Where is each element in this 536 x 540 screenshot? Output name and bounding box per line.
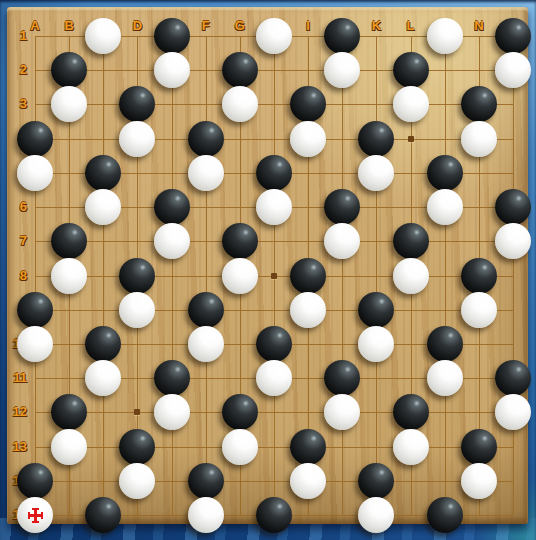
black-stone	[51, 52, 87, 88]
star-point	[408, 136, 414, 142]
column-label-k: K	[366, 18, 386, 34]
grid-line-vertical	[445, 36, 446, 515]
black-stone	[324, 189, 360, 225]
black-stone	[427, 326, 463, 362]
grid-line-horizontal	[35, 412, 513, 413]
row-label-12: 12	[7, 404, 27, 420]
black-stone	[85, 326, 121, 362]
black-stone	[154, 360, 190, 396]
white-stone	[154, 394, 190, 430]
black-stone	[358, 292, 394, 328]
black-stone	[427, 497, 463, 533]
row-label-8: 8	[7, 268, 27, 284]
white-stone	[393, 86, 429, 122]
white-stone	[290, 463, 326, 499]
black-stone	[119, 258, 155, 294]
white-stone	[393, 429, 429, 465]
black-stone	[461, 86, 497, 122]
white-stone	[222, 258, 258, 294]
white-stone	[51, 429, 87, 465]
black-stone	[290, 258, 326, 294]
black-stone	[324, 18, 360, 54]
white-stone	[85, 360, 121, 396]
black-stone	[188, 292, 224, 328]
white-stone	[188, 497, 224, 533]
column-label-d: D	[127, 18, 147, 34]
black-stone	[17, 292, 53, 328]
row-label-7: 7	[7, 233, 27, 249]
black-stone	[222, 52, 258, 88]
black-stone	[358, 121, 394, 157]
black-stone	[51, 394, 87, 430]
white-stone	[154, 52, 190, 88]
white-stone	[427, 189, 463, 225]
white-stone	[427, 18, 463, 54]
black-stone	[256, 326, 292, 362]
white-stone	[17, 497, 53, 533]
column-label-a: A	[25, 18, 45, 34]
white-stone	[256, 189, 292, 225]
white-stone	[461, 292, 497, 328]
column-label-f: F	[196, 18, 216, 34]
white-stone	[85, 189, 121, 225]
column-label-n: N	[469, 18, 489, 34]
white-stone	[427, 360, 463, 396]
black-stone	[188, 121, 224, 157]
white-stone	[188, 326, 224, 362]
app-background: ABCDEFGHIJKLMNO123456789101112131415	[0, 0, 536, 540]
white-stone	[495, 394, 531, 430]
goban-board[interactable]: ABCDEFGHIJKLMNO123456789101112131415	[7, 7, 528, 524]
white-stone	[222, 429, 258, 465]
white-stone	[17, 155, 53, 191]
black-stone	[290, 86, 326, 122]
grid-line-vertical	[342, 36, 343, 515]
black-stone	[154, 18, 190, 54]
black-stone	[85, 155, 121, 191]
black-stone	[393, 52, 429, 88]
black-stone	[154, 189, 190, 225]
black-stone	[393, 394, 429, 430]
white-stone	[119, 121, 155, 157]
white-stone	[290, 292, 326, 328]
column-label-l: L	[401, 18, 421, 34]
black-stone	[324, 360, 360, 396]
row-label-2: 2	[7, 62, 27, 78]
column-label-g: G	[230, 18, 250, 34]
black-stone	[51, 223, 87, 259]
black-stone	[495, 189, 531, 225]
row-label-1: 1	[7, 28, 27, 44]
black-stone	[222, 223, 258, 259]
black-stone	[119, 86, 155, 122]
black-stone	[495, 18, 531, 54]
black-stone	[256, 155, 292, 191]
white-stone	[119, 463, 155, 499]
white-stone	[324, 52, 360, 88]
grid-line-vertical	[513, 36, 514, 515]
grid-line-horizontal	[35, 447, 513, 448]
row-label-3: 3	[7, 96, 27, 112]
column-label-b: B	[59, 18, 79, 34]
black-stone	[17, 463, 53, 499]
white-stone	[119, 292, 155, 328]
black-stone	[119, 429, 155, 465]
white-stone	[290, 121, 326, 157]
last-move-marker	[28, 508, 43, 523]
black-stone	[188, 463, 224, 499]
white-stone	[256, 18, 292, 54]
white-stone	[461, 463, 497, 499]
white-stone	[495, 223, 531, 259]
white-stone	[85, 18, 121, 54]
white-stone	[51, 258, 87, 294]
black-stone	[222, 394, 258, 430]
black-stone	[358, 463, 394, 499]
black-stone	[393, 223, 429, 259]
grid-line-horizontal	[35, 310, 513, 311]
white-stone	[393, 258, 429, 294]
black-stone	[495, 360, 531, 396]
column-label-i: I	[298, 18, 318, 34]
black-stone	[256, 497, 292, 533]
white-stone	[188, 155, 224, 191]
white-stone	[358, 326, 394, 362]
white-stone	[256, 360, 292, 396]
row-label-13: 13	[7, 439, 27, 455]
star-point	[134, 409, 140, 415]
white-stone	[324, 223, 360, 259]
grid-line-vertical	[376, 36, 377, 515]
black-stone	[427, 155, 463, 191]
white-stone	[17, 326, 53, 362]
white-stone	[222, 86, 258, 122]
black-stone	[461, 429, 497, 465]
white-stone	[495, 52, 531, 88]
grid-line-horizontal	[35, 481, 513, 482]
star-point	[271, 273, 277, 279]
white-stone	[324, 394, 360, 430]
white-stone	[358, 155, 394, 191]
white-stone	[154, 223, 190, 259]
row-label-6: 6	[7, 199, 27, 215]
white-stone	[461, 121, 497, 157]
black-stone	[290, 429, 326, 465]
black-stone	[17, 121, 53, 157]
black-stone	[461, 258, 497, 294]
white-stone	[51, 86, 87, 122]
row-label-11: 11	[7, 370, 27, 386]
